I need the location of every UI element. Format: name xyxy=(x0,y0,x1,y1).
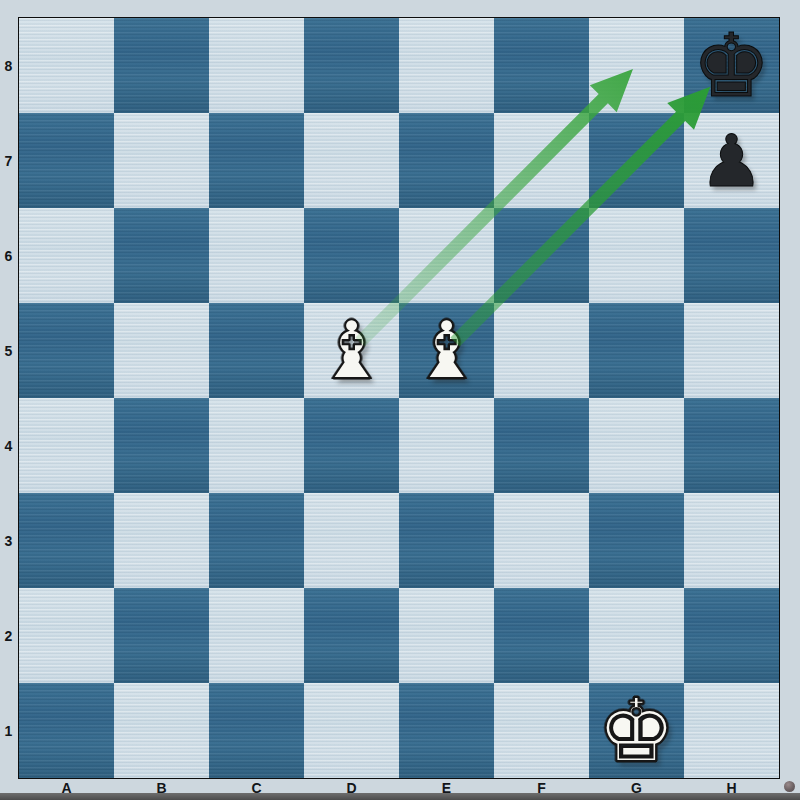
square-d4[interactable] xyxy=(304,398,399,493)
square-f2[interactable] xyxy=(494,588,589,683)
square-b1[interactable] xyxy=(114,683,209,778)
square-c6[interactable] xyxy=(209,208,304,303)
file-label-G: G xyxy=(589,780,684,795)
rank-label-3: 3 xyxy=(0,493,17,588)
square-g7[interactable] xyxy=(589,113,684,208)
square-c1[interactable] xyxy=(209,683,304,778)
chess-board xyxy=(18,17,780,779)
corner-dot-icon xyxy=(784,781,795,792)
square-c5[interactable] xyxy=(209,303,304,398)
square-h4[interactable] xyxy=(684,398,779,493)
square-b5[interactable] xyxy=(114,303,209,398)
file-label-E: E xyxy=(399,780,494,795)
file-label-F: F xyxy=(494,780,589,795)
file-label-B: B xyxy=(114,780,209,795)
piece-white-bishop-e5[interactable]: ♝ xyxy=(399,303,494,398)
piece-black-pawn-h7[interactable]: ♟ xyxy=(684,113,779,208)
square-e7[interactable] xyxy=(399,113,494,208)
file-label-A: A xyxy=(19,780,114,795)
square-h6[interactable] xyxy=(684,208,779,303)
square-h2[interactable] xyxy=(684,588,779,683)
square-e4[interactable] xyxy=(399,398,494,493)
square-f8[interactable] xyxy=(494,18,589,113)
square-b4[interactable] xyxy=(114,398,209,493)
square-g3[interactable] xyxy=(589,493,684,588)
square-d2[interactable] xyxy=(304,588,399,683)
board-grid xyxy=(19,18,779,778)
square-e6[interactable] xyxy=(399,208,494,303)
square-h1[interactable] xyxy=(684,683,779,778)
rank-label-7: 7 xyxy=(0,113,17,208)
square-e8[interactable] xyxy=(399,18,494,113)
file-label-D: D xyxy=(304,780,399,795)
rank-label-8: 8 xyxy=(0,18,17,113)
piece-white-king-g1[interactable]: ♚ xyxy=(589,683,684,778)
square-f1[interactable] xyxy=(494,683,589,778)
square-d1[interactable] xyxy=(304,683,399,778)
square-c2[interactable] xyxy=(209,588,304,683)
rank-label-2: 2 xyxy=(0,588,17,683)
square-a6[interactable] xyxy=(19,208,114,303)
square-d8[interactable] xyxy=(304,18,399,113)
rank-label-5: 5 xyxy=(0,303,17,398)
square-g6[interactable] xyxy=(589,208,684,303)
rank-label-4: 4 xyxy=(0,398,17,493)
square-a4[interactable] xyxy=(19,398,114,493)
square-a3[interactable] xyxy=(19,493,114,588)
square-a8[interactable] xyxy=(19,18,114,113)
piece-white-bishop-d5[interactable]: ♝ xyxy=(304,303,399,398)
square-b6[interactable] xyxy=(114,208,209,303)
square-b7[interactable] xyxy=(114,113,209,208)
square-h5[interactable] xyxy=(684,303,779,398)
square-c8[interactable] xyxy=(209,18,304,113)
square-f3[interactable] xyxy=(494,493,589,588)
square-b8[interactable] xyxy=(114,18,209,113)
square-f7[interactable] xyxy=(494,113,589,208)
square-g8[interactable] xyxy=(589,18,684,113)
square-b3[interactable] xyxy=(114,493,209,588)
square-f4[interactable] xyxy=(494,398,589,493)
square-h3[interactable] xyxy=(684,493,779,588)
square-a2[interactable] xyxy=(19,588,114,683)
square-a5[interactable] xyxy=(19,303,114,398)
square-c4[interactable] xyxy=(209,398,304,493)
square-g5[interactable] xyxy=(589,303,684,398)
square-c7[interactable] xyxy=(209,113,304,208)
file-label-C: C xyxy=(209,780,304,795)
piece-black-king-h8[interactable]: ♚ xyxy=(684,18,779,113)
square-a7[interactable] xyxy=(19,113,114,208)
square-c3[interactable] xyxy=(209,493,304,588)
square-g2[interactable] xyxy=(589,588,684,683)
square-f5[interactable] xyxy=(494,303,589,398)
square-d6[interactable] xyxy=(304,208,399,303)
square-a1[interactable] xyxy=(19,683,114,778)
rank-label-6: 6 xyxy=(0,208,17,303)
rank-label-1: 1 xyxy=(0,683,17,778)
square-g4[interactable] xyxy=(589,398,684,493)
square-d3[interactable] xyxy=(304,493,399,588)
square-f6[interactable] xyxy=(494,208,589,303)
square-e1[interactable] xyxy=(399,683,494,778)
square-d7[interactable] xyxy=(304,113,399,208)
square-e3[interactable] xyxy=(399,493,494,588)
square-b2[interactable] xyxy=(114,588,209,683)
file-label-H: H xyxy=(684,780,779,795)
square-e2[interactable] xyxy=(399,588,494,683)
